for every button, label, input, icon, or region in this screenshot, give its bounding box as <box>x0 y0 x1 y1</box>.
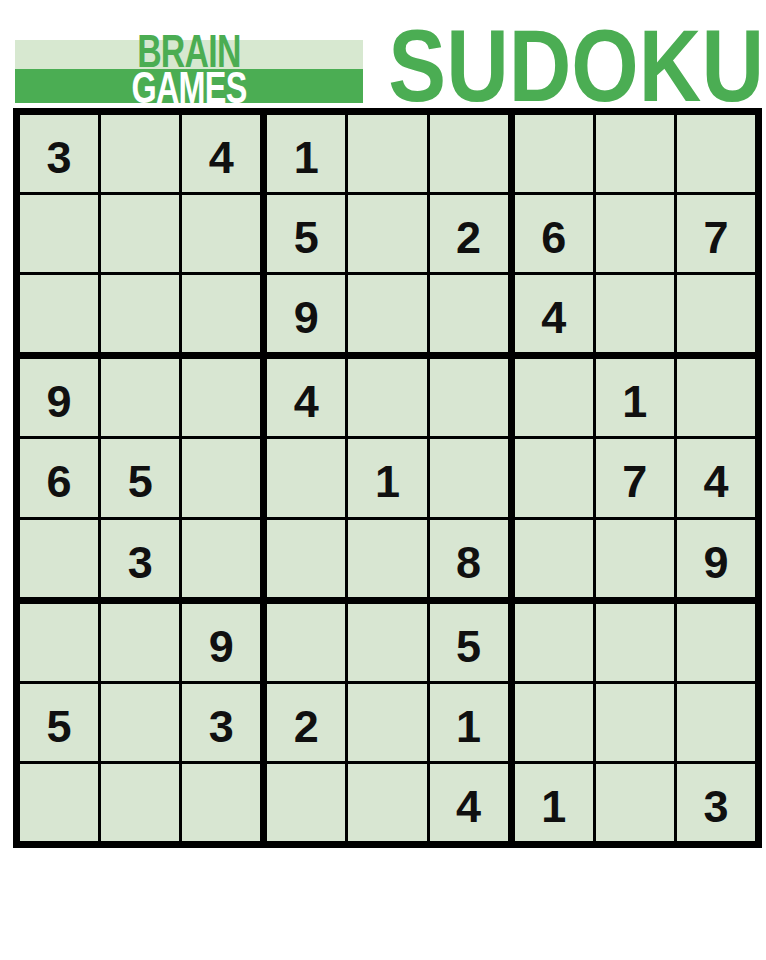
cell-r5c7[interactable] <box>515 439 593 516</box>
given-digit: 1 <box>622 379 647 424</box>
box-3-2: 5214 <box>267 604 507 841</box>
cell-r7c5[interactable] <box>348 604 426 681</box>
given-digit: 4 <box>703 459 728 504</box>
cell-r1c3[interactable]: 4 <box>182 115 260 192</box>
cell-r9c1[interactable] <box>20 764 98 841</box>
given-digit: 5 <box>456 624 481 669</box>
cell-r6c8[interactable] <box>596 520 674 597</box>
cell-r8c9[interactable] <box>677 684 755 761</box>
given-digit: 9 <box>294 295 319 340</box>
page: BRAIN GAMES SUDOKU 341529674965341817499… <box>0 0 766 960</box>
given-digit: 2 <box>456 215 481 260</box>
given-digit: 1 <box>375 459 400 504</box>
cell-r4c9[interactable] <box>677 359 755 436</box>
cell-r8c4[interactable]: 2 <box>267 684 345 761</box>
cell-r8c2[interactable] <box>101 684 179 761</box>
cell-r1c9[interactable] <box>677 115 755 192</box>
cell-r4c8[interactable]: 1 <box>596 359 674 436</box>
cell-r3c4[interactable]: 9 <box>267 275 345 352</box>
cell-r1c2[interactable] <box>101 115 179 192</box>
cell-r3c2[interactable] <box>101 275 179 352</box>
given-digit: 3 <box>128 540 153 585</box>
cell-r3c1[interactable] <box>20 275 98 352</box>
given-digit: 7 <box>703 215 728 260</box>
box-1-2: 1529 <box>267 115 507 352</box>
cell-r6c7[interactable] <box>515 520 593 597</box>
box-2-3: 1749 <box>515 359 755 596</box>
brain-games-logo: BRAIN GAMES <box>15 40 363 103</box>
cell-r4c6[interactable] <box>430 359 508 436</box>
box-3-3: 13 <box>515 604 755 841</box>
cell-r9c2[interactable] <box>101 764 179 841</box>
given-digit: 6 <box>47 459 72 504</box>
cell-r1c7[interactable] <box>515 115 593 192</box>
cell-r7c6[interactable]: 5 <box>430 604 508 681</box>
given-digit: 9 <box>703 540 728 585</box>
cell-r7c4[interactable] <box>267 604 345 681</box>
cell-r6c4[interactable] <box>267 520 345 597</box>
cell-r6c5[interactable] <box>348 520 426 597</box>
cell-r6c1[interactable] <box>20 520 98 597</box>
cell-r2c6[interactable]: 2 <box>430 195 508 272</box>
given-digit: 1 <box>456 704 481 749</box>
sudoku-board: 34152967496534181749953521413 <box>13 108 762 848</box>
cell-r4c1[interactable]: 9 <box>20 359 98 436</box>
cell-r1c1[interactable]: 3 <box>20 115 98 192</box>
box-1-3: 674 <box>515 115 755 352</box>
cell-r1c8[interactable] <box>596 115 674 192</box>
given-digit: 4 <box>294 379 319 424</box>
cell-r8c3[interactable]: 3 <box>182 684 260 761</box>
cell-r9c7[interactable]: 1 <box>515 764 593 841</box>
cell-r5c8[interactable]: 7 <box>596 439 674 516</box>
given-digit: 6 <box>541 215 566 260</box>
cell-r2c1[interactable] <box>20 195 98 272</box>
cell-r7c1[interactable] <box>20 604 98 681</box>
given-digit: 5 <box>128 459 153 504</box>
cell-r5c3[interactable] <box>182 439 260 516</box>
given-digit: 3 <box>47 135 72 180</box>
cell-r4c3[interactable] <box>182 359 260 436</box>
given-digit: 3 <box>209 704 234 749</box>
cell-r4c7[interactable] <box>515 359 593 436</box>
cell-r2c4[interactable]: 5 <box>267 195 345 272</box>
cell-r1c5[interactable] <box>348 115 426 192</box>
box-2-2: 418 <box>267 359 507 596</box>
given-digit: 3 <box>703 784 728 829</box>
given-digit: 2 <box>294 704 319 749</box>
cell-r5c4[interactable] <box>267 439 345 516</box>
cell-r8c8[interactable] <box>596 684 674 761</box>
given-digit: 8 <box>456 540 481 585</box>
given-digit: 4 <box>541 295 566 340</box>
cell-r4c2[interactable] <box>101 359 179 436</box>
cell-r4c4[interactable]: 4 <box>267 359 345 436</box>
cell-r4c5[interactable] <box>348 359 426 436</box>
cell-r2c2[interactable] <box>101 195 179 272</box>
cell-r3c7[interactable]: 4 <box>515 275 593 352</box>
given-digit: 5 <box>47 704 72 749</box>
box-2-1: 9653 <box>20 359 260 596</box>
cell-r7c8[interactable] <box>596 604 674 681</box>
cell-r2c8[interactable] <box>596 195 674 272</box>
cell-r8c7[interactable] <box>515 684 593 761</box>
cell-r2c7[interactable]: 6 <box>515 195 593 272</box>
cell-r2c9[interactable]: 7 <box>677 195 755 272</box>
given-digit: 9 <box>209 624 234 669</box>
cell-r6c9[interactable]: 9 <box>677 520 755 597</box>
cell-r5c1[interactable]: 6 <box>20 439 98 516</box>
given-digit: 5 <box>294 215 319 260</box>
cell-r7c2[interactable] <box>101 604 179 681</box>
cell-r6c3[interactable] <box>182 520 260 597</box>
cell-r8c1[interactable]: 5 <box>20 684 98 761</box>
cell-r5c6[interactable] <box>430 439 508 516</box>
given-digit: 4 <box>209 135 234 180</box>
cell-r5c2[interactable]: 5 <box>101 439 179 516</box>
cell-r3c6[interactable] <box>430 275 508 352</box>
given-digit: 4 <box>456 784 481 829</box>
cell-r9c8[interactable] <box>596 764 674 841</box>
given-digit: 9 <box>47 379 72 424</box>
cell-r9c5[interactable] <box>348 764 426 841</box>
cell-r3c8[interactable] <box>596 275 674 352</box>
cell-r5c9[interactable]: 4 <box>677 439 755 516</box>
cell-r7c7[interactable] <box>515 604 593 681</box>
given-digit: 1 <box>294 135 319 180</box>
cell-r5c5[interactable]: 1 <box>348 439 426 516</box>
cell-r2c3[interactable] <box>182 195 260 272</box>
box-1-1: 34 <box>20 115 260 352</box>
cell-r9c9[interactable]: 3 <box>677 764 755 841</box>
cell-r8c6[interactable]: 1 <box>430 684 508 761</box>
given-digit: 1 <box>541 784 566 829</box>
cell-r6c2[interactable]: 3 <box>101 520 179 597</box>
box-3-1: 953 <box>20 604 260 841</box>
brand-line-games: GAMES <box>15 65 363 110</box>
cell-r1c4[interactable]: 1 <box>267 115 345 192</box>
cell-r9c6[interactable]: 4 <box>430 764 508 841</box>
cell-r3c3[interactable] <box>182 275 260 352</box>
cell-r6c6[interactable]: 8 <box>430 520 508 597</box>
cell-r3c9[interactable] <box>677 275 755 352</box>
given-digit: 7 <box>622 459 647 504</box>
cell-r9c3[interactable] <box>182 764 260 841</box>
header: BRAIN GAMES SUDOKU <box>0 0 766 108</box>
cell-r2c5[interactable] <box>348 195 426 272</box>
cell-r1c6[interactable] <box>430 115 508 192</box>
cell-r7c3[interactable]: 9 <box>182 604 260 681</box>
cell-r8c5[interactable] <box>348 684 426 761</box>
page-title: SUDOKU <box>388 15 764 117</box>
cell-r9c4[interactable] <box>267 764 345 841</box>
cell-r3c5[interactable] <box>348 275 426 352</box>
brand-line-games-text: GAMES <box>131 65 246 110</box>
cell-r7c9[interactable] <box>677 604 755 681</box>
